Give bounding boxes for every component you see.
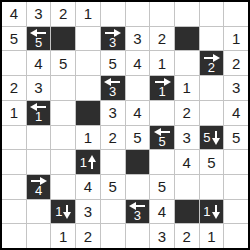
clue-number: 4 [35,185,42,197]
cell-r2c7[interactable] [175,51,199,75]
cell-r9c4[interactable] [101,224,125,248]
cell-r2c9[interactable]: 2 [224,51,248,75]
cell-r5c1[interactable] [27,126,51,150]
cell-digit: 1 [84,5,92,22]
cell-r2c3[interactable] [76,51,100,75]
cell-r7c4[interactable]: 5 [101,175,125,199]
cell-r7c3[interactable]: 4 [76,175,100,199]
cell-r9c3[interactable]: 2 [76,224,100,248]
cell-r1c9[interactable]: 1 [224,27,248,51]
cell-r3c6: 1 [150,76,174,100]
cell-digit: 1 [84,129,92,146]
arrow-down-icon [63,204,71,219]
cell-r9c5[interactable] [126,224,150,248]
cell-r6c8[interactable]: 5 [200,150,224,174]
clue-number: 5 [158,136,165,148]
cell-r3c1[interactable]: 3 [27,76,51,100]
cell-r7c8[interactable] [200,175,224,199]
cell-r7c1: 4 [27,175,51,199]
cell-digit: 1 [158,55,166,72]
cell-r5c6: 5 [150,126,174,150]
cell-r3c2[interactable] [51,76,75,100]
cell-r8c3[interactable]: 3 [76,200,100,224]
cell-r0c8[interactable] [200,2,224,26]
cell-r6c9[interactable] [224,150,248,174]
clue-number: 3 [134,210,141,222]
cell-r1c5[interactable]: 3 [126,27,150,51]
clue-number: 1 [80,155,87,170]
cell-digit: 5 [158,178,166,195]
cell-digit: 3 [34,79,42,96]
cell-r7c7[interactable] [175,175,199,199]
cell-r3c3[interactable] [76,76,100,100]
cell-r1c2 [51,27,75,51]
cell-r3c0[interactable]: 2 [2,76,26,100]
cell-r3c7[interactable]: 1 [175,76,199,100]
cell-digit: 2 [108,129,116,146]
cell-r2c8: 2 [200,51,224,75]
cell-digit: 5 [59,55,67,72]
cell-r4c3 [76,101,100,125]
cell-r5c8: 5 [200,126,224,150]
cell-r5c4[interactable]: 2 [101,126,125,150]
cell-r9c9[interactable] [224,224,248,248]
cell-r1c6[interactable]: 2 [150,27,174,51]
cell-r7c6[interactable]: 5 [150,175,174,199]
cell-digit: 5 [232,129,240,146]
cell-r4c9[interactable]: 4 [224,101,248,125]
cell-r5c7[interactable]: 3 [175,126,199,150]
cell-r0c3[interactable]: 1 [76,2,100,26]
cell-r1c7 [175,27,199,51]
cell-r6c0[interactable] [2,150,26,174]
cell-digit: 1 [207,228,215,245]
arrow-down-icon [212,204,220,219]
clue-number: 1 [55,204,62,219]
cell-r1c1: 5 [27,27,51,51]
cell-r2c5[interactable]: 4 [126,51,150,75]
clue-number: 3 [109,86,116,98]
cell-r9c2[interactable]: 1 [51,224,75,248]
clue-number: 2 [208,62,215,74]
cell-r0c4[interactable] [101,2,125,26]
cell-r8c4[interactable] [101,200,125,224]
cell-r6c2[interactable] [51,150,75,174]
puzzle-board: 4321553321455412223311311342412553551454… [0,0,250,250]
cell-digit: 4 [84,178,92,195]
cell-r4c4[interactable]: 3 [101,101,125,125]
cell-digit: 4 [183,154,191,171]
clue-number: 1 [158,86,165,98]
cell-digit: 2 [183,104,191,121]
cell-digit: 2 [183,228,191,245]
cell-r4c2[interactable] [51,101,75,125]
cell-r4c7[interactable]: 2 [175,101,199,125]
cell-r1c8[interactable] [200,27,224,51]
cell-r5c5[interactable]: 5 [126,126,150,150]
cell-r6c1[interactable] [27,150,51,174]
cell-r4c1: 1 [27,101,51,125]
cell-r0c9[interactable] [224,2,248,26]
cell-r8c6[interactable]: 4 [150,200,174,224]
cell-r3c4: 3 [101,76,125,100]
cell-r8c2: 1 [51,200,75,224]
cell-r3c5[interactable] [126,76,150,100]
cell-digit: 1 [232,30,240,47]
cell-digit: 2 [158,30,166,47]
cell-digit: 1 [59,228,67,245]
cell-r2c6[interactable]: 1 [150,51,174,75]
cell-r1c4: 3 [101,27,125,51]
cell-digit: 3 [133,30,141,47]
cell-r7c9[interactable] [224,175,248,199]
cell-r9c6[interactable]: 3 [150,224,174,248]
cell-r9c7[interactable]: 2 [175,224,199,248]
arrow-down-icon [212,130,220,145]
cell-digit: 5 [108,55,116,72]
cell-digit: 5 [133,129,141,146]
cell-r8c8: 1 [200,200,224,224]
cell-r0c2[interactable]: 2 [51,2,75,26]
cell-r8c9[interactable] [224,200,248,224]
cell-r5c3[interactable]: 1 [76,126,100,150]
cell-r4c0[interactable]: 1 [2,101,26,125]
cell-r8c7 [175,200,199,224]
cell-r3c8[interactable] [200,76,224,100]
cell-r0c6[interactable] [150,2,174,26]
cell-r6c5 [126,150,150,174]
cell-r0c1[interactable]: 3 [27,2,51,26]
clue-number: 3 [109,37,116,49]
cell-r8c5: 3 [126,200,150,224]
cell-digit: 3 [34,5,42,22]
cell-r7c2[interactable] [51,175,75,199]
cell-digit: 3 [84,203,92,220]
cell-digit: 1 [183,79,191,96]
cell-digit: 5 [10,30,18,47]
cell-digit: 5 [108,178,116,195]
cell-digit: 2 [84,228,92,245]
cell-digit: 4 [34,55,42,72]
cell-r8c0[interactable] [2,200,26,224]
cell-r7c5[interactable] [126,175,150,199]
cell-r6c3: 1 [76,150,100,174]
cell-r6c6[interactable] [150,150,174,174]
cell-r7c0[interactable] [2,175,26,199]
cell-r5c2[interactable] [51,126,75,150]
cell-r5c0[interactable] [2,126,26,150]
cell-r9c0[interactable] [2,224,26,248]
cell-r9c1[interactable] [27,224,51,248]
cell-r4c5[interactable]: 4 [126,101,150,125]
cell-r5c9[interactable]: 5 [224,126,248,150]
cell-r0c7[interactable] [175,2,199,26]
cell-r2c2[interactable]: 5 [51,51,75,75]
cell-digit: 2 [232,55,240,72]
cell-r9c8[interactable]: 1 [200,224,224,248]
cell-r2c0[interactable] [2,51,26,75]
cell-digit: 4 [232,104,240,121]
cell-digit: 5 [207,154,215,171]
clue-number: 1 [203,204,210,219]
cell-r6c7[interactable]: 4 [175,150,199,174]
cell-digit: 3 [183,129,191,146]
cell-r2c1[interactable]: 4 [27,51,51,75]
cell-digit: 1 [10,104,18,121]
cell-digit: 4 [158,203,166,220]
cell-r1c0[interactable]: 5 [2,27,26,51]
cell-r2c4[interactable]: 5 [101,51,125,75]
cell-digit: 4 [133,104,141,121]
cell-r6c4[interactable] [101,150,125,174]
cell-digit: 3 [108,104,116,121]
cell-r0c0[interactable]: 4 [2,2,26,26]
cell-r0c5[interactable] [126,2,150,26]
cell-r1c3[interactable] [76,27,100,51]
cell-digit: 3 [158,228,166,245]
cell-r3c9[interactable]: 3 [224,76,248,100]
cell-r4c6[interactable] [150,101,174,125]
cell-digit: 3 [232,79,240,96]
cell-digit: 2 [59,5,67,22]
arrow-up-icon [88,155,96,170]
cell-digit: 4 [133,55,141,72]
clue-number: 5 [35,37,42,49]
cell-r8c1[interactable] [27,200,51,224]
cell-digit: 4 [10,5,18,22]
cell-r4c8[interactable] [200,101,224,125]
clue-number: 5 [203,130,210,145]
clue-number: 1 [35,111,42,123]
cell-digit: 2 [10,79,18,96]
